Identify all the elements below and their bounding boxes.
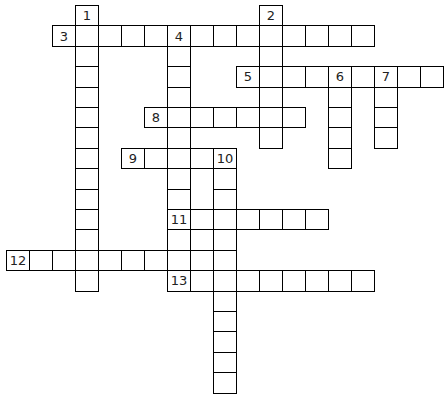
cell-r13-c14[interactable] [328, 270, 352, 291]
cell-r12-c9[interactable] [213, 250, 237, 271]
cell-r1-c9[interactable] [213, 25, 237, 46]
cell-r15-c9[interactable] [213, 311, 237, 332]
cell-r7-c3[interactable] [75, 148, 99, 169]
cell-r4-c3[interactable] [75, 87, 99, 108]
cell-r2-c3[interactable] [75, 46, 99, 67]
cell-r13-c12[interactable] [282, 270, 306, 291]
cell-r1-c13[interactable] [305, 25, 329, 46]
clue-number-9: 9 [129, 152, 137, 165]
cell-r2-c11[interactable] [259, 46, 283, 67]
clue-number-12: 12 [10, 254, 27, 267]
cell-r1-c14[interactable] [328, 25, 352, 46]
cell-r10-c12[interactable] [282, 209, 306, 230]
cell-r17-c9[interactable] [213, 352, 237, 373]
clue-number-3: 3 [60, 30, 68, 43]
cell-r4-c16[interactable] [374, 87, 398, 108]
cell-r10-c9[interactable] [213, 209, 237, 230]
clue-number-4: 4 [175, 30, 183, 43]
cell-r11-c3[interactable] [75, 229, 99, 250]
cell-r2-c7[interactable] [167, 46, 191, 67]
cell-r13-c15[interactable] [351, 270, 375, 291]
cell-r5-c16[interactable] [374, 107, 398, 128]
cell-r3-c11[interactable] [259, 66, 283, 87]
cell-r18-c9[interactable] [213, 372, 237, 393]
cell-r13-c9[interactable] [213, 270, 237, 291]
clue-number-10: 10 [217, 152, 234, 165]
clue-number-7: 7 [382, 70, 390, 83]
cell-r10-c8[interactable] [190, 209, 214, 230]
cell-r6-c16[interactable] [374, 127, 398, 148]
cell-r5-c11[interactable] [259, 107, 283, 128]
cell-r9-c7[interactable] [167, 189, 191, 210]
cell-r4-c7[interactable] [167, 87, 191, 108]
cell-r0-c11[interactable]: 2 [259, 5, 283, 26]
cell-r12-c7[interactable] [167, 250, 191, 271]
cell-r3-c17[interactable] [397, 66, 421, 87]
cell-r7-c8[interactable] [190, 148, 214, 169]
cell-r12-c0[interactable]: 12 [6, 250, 30, 271]
cell-r1-c8[interactable] [190, 25, 214, 46]
cell-r13-c3[interactable] [75, 270, 99, 291]
cell-r1-c2[interactable]: 3 [52, 25, 76, 46]
cell-r0-c3[interactable]: 1 [75, 5, 99, 26]
cell-r5-c14[interactable] [328, 107, 352, 128]
cell-r8-c3[interactable] [75, 168, 99, 189]
cell-r13-c10[interactable] [236, 270, 260, 291]
cell-r5-c7[interactable] [167, 107, 191, 128]
cell-r1-c7[interactable]: 4 [167, 25, 191, 46]
crossword-board: 12345678910111213 [0, 0, 446, 398]
cell-r10-c3[interactable] [75, 209, 99, 230]
cell-r1-c12[interactable] [282, 25, 306, 46]
cell-r1-c4[interactable] [98, 25, 122, 46]
cell-r16-c9[interactable] [213, 331, 237, 352]
cell-r12-c3[interactable] [75, 250, 99, 271]
cell-r4-c11[interactable] [259, 87, 283, 108]
cell-r6-c11[interactable] [259, 127, 283, 148]
cell-r5-c8[interactable] [190, 107, 214, 128]
cell-r3-c3[interactable] [75, 66, 99, 87]
cell-r13-c8[interactable] [190, 270, 214, 291]
cell-r12-c1[interactable] [29, 250, 53, 271]
cell-r12-c2[interactable] [52, 250, 76, 271]
cell-r10-c13[interactable] [305, 209, 329, 230]
clue-number-5: 5 [244, 70, 252, 83]
cell-r7-c5[interactable]: 9 [121, 148, 145, 169]
cell-r7-c14[interactable] [328, 148, 352, 169]
cell-r13-c11[interactable] [259, 270, 283, 291]
cell-r10-c11[interactable] [259, 209, 283, 230]
cell-r3-c15[interactable] [351, 66, 375, 87]
cell-r5-c6[interactable]: 8 [144, 107, 168, 128]
cell-r14-c9[interactable] [213, 291, 237, 312]
cell-r12-c8[interactable] [190, 250, 214, 271]
cell-r6-c7[interactable] [167, 127, 191, 148]
cell-r13-c13[interactable] [305, 270, 329, 291]
cell-r11-c9[interactable] [213, 229, 237, 250]
cell-r1-c6[interactable] [144, 25, 168, 46]
cell-r6-c14[interactable] [328, 127, 352, 148]
cell-r7-c9[interactable]: 10 [213, 148, 237, 169]
cell-r8-c9[interactable] [213, 168, 237, 189]
cell-r3-c13[interactable] [305, 66, 329, 87]
clue-number-2: 2 [267, 9, 275, 22]
cell-r12-c5[interactable] [121, 250, 145, 271]
cell-r3-c12[interactable] [282, 66, 306, 87]
cell-r7-c7[interactable] [167, 148, 191, 169]
cell-r9-c3[interactable] [75, 189, 99, 210]
clue-number-1: 1 [83, 9, 91, 22]
cell-r9-c9[interactable] [213, 189, 237, 210]
cell-r13-c7[interactable]: 13 [167, 270, 191, 291]
cell-r4-c14[interactable] [328, 87, 352, 108]
cell-r12-c6[interactable] [144, 250, 168, 271]
cell-r1-c15[interactable] [351, 25, 375, 46]
cell-r8-c7[interactable] [167, 168, 191, 189]
cell-r5-c10[interactable] [236, 107, 260, 128]
clue-number-6: 6 [336, 70, 344, 83]
cell-r3-c16[interactable]: 7 [374, 66, 398, 87]
cell-r7-c6[interactable] [144, 148, 168, 169]
cell-r10-c7[interactable]: 11 [167, 209, 191, 230]
cell-r1-c10[interactable] [236, 25, 260, 46]
clue-number-8: 8 [152, 111, 160, 124]
cell-r1-c5[interactable] [121, 25, 145, 46]
cell-r1-c11[interactable] [259, 25, 283, 46]
cell-r12-c4[interactable] [98, 250, 122, 271]
cell-r10-c10[interactable] [236, 209, 260, 230]
cell-r3-c7[interactable] [167, 66, 191, 87]
cell-r3-c18[interactable] [420, 66, 444, 87]
cell-r11-c7[interactable] [167, 229, 191, 250]
cell-r3-c10[interactable]: 5 [236, 66, 260, 87]
cell-r5-c12[interactable] [282, 107, 306, 128]
clue-number-13: 13 [171, 274, 188, 287]
cell-r6-c3[interactable] [75, 127, 99, 148]
cell-r3-c14[interactable]: 6 [328, 66, 352, 87]
clue-number-11: 11 [171, 213, 188, 226]
cell-r1-c3[interactable] [75, 25, 99, 46]
cell-r5-c9[interactable] [213, 107, 237, 128]
cell-r5-c3[interactable] [75, 107, 99, 128]
